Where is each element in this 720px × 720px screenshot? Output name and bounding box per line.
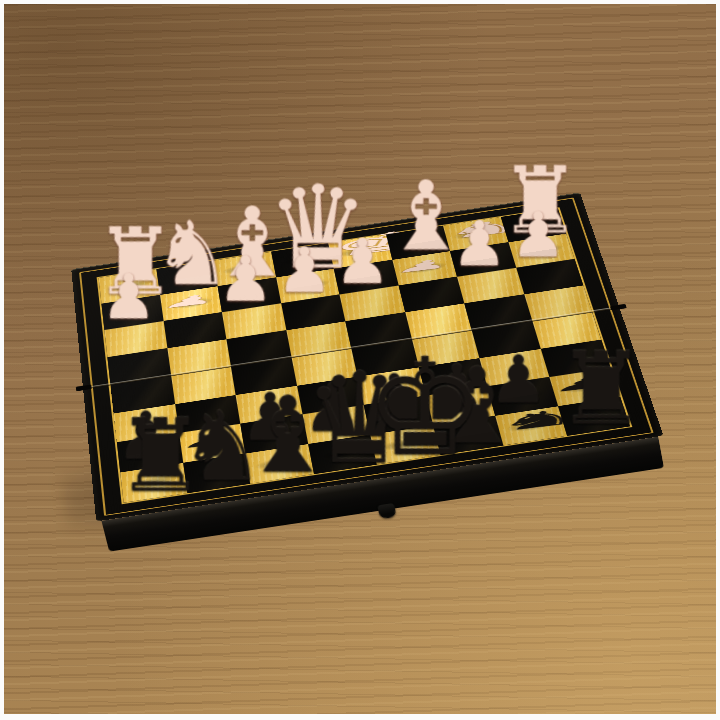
product-photo: ♜♞♝♛♚♝♞♜♟♟♟♟♟♟♟♟♟♟♟♟♟♟♟♟♜♞♝♛♚♝♞♜ — [0, 0, 720, 720]
hinge-right — [610, 304, 627, 311]
piece-glyph: ♟ — [101, 266, 157, 328]
piece-glyph: ♜ — [115, 406, 205, 506]
chess-set-scene: ♜♞♝♛♚♝♞♜♟♟♟♟♟♟♟♟♟♟♟♟♟♟♟♟♜♞♝♛♚♝♞♜ — [0, 0, 720, 720]
chess-board: ♜♞♝♛♚♝♞♜♟♟♟♟♟♟♟♟♟♟♟♟♟♟♟♟♜♞♝♛♚♝♞♜ — [71, 192, 663, 521]
piece-glyph: ♟ — [276, 239, 332, 301]
board-square — [398, 277, 464, 312]
piece-glyph: ♟ — [335, 230, 391, 292]
white-pawn: ♟ — [160, 290, 220, 311]
piece-glyph: ♟ — [451, 213, 507, 275]
clasp-knob — [377, 503, 396, 519]
piece-glyph: ♟ — [510, 204, 566, 266]
hinge-left — [76, 384, 92, 391]
white-pawn: ♟ — [93, 262, 165, 332]
piece-glyph: ♟ — [157, 291, 222, 312]
